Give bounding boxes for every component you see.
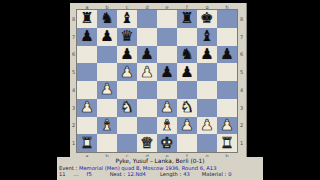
square-g6[interactable]: ♟ xyxy=(197,46,217,64)
square-f6[interactable]: ♞ xyxy=(177,46,197,64)
piece-white-bishop: ♝ xyxy=(100,117,113,134)
piece-white-queen: ♛ xyxy=(140,135,153,152)
move-status-line: 11 ... f5 Next : 12.Nd4 Length : 43 Mate… xyxy=(57,171,263,177)
piece-white-pawn: ♟ xyxy=(160,99,173,116)
square-a1[interactable]: ♜ xyxy=(77,134,97,152)
rank-labels-right: 87654321 xyxy=(237,10,246,152)
move-number: 11 xyxy=(59,171,66,177)
square-g3[interactable] xyxy=(197,99,217,117)
piece-white-pawn: ♟ xyxy=(220,117,233,134)
square-g1[interactable] xyxy=(197,134,217,152)
square-h8[interactable] xyxy=(217,10,237,28)
piece-white-rook: ♜ xyxy=(80,135,93,152)
square-a8[interactable]: ♜ xyxy=(77,10,97,28)
square-a4[interactable] xyxy=(77,81,97,99)
square-d1[interactable]: ♛ xyxy=(137,134,157,152)
coord-label: 8 xyxy=(237,10,246,28)
square-b1[interactable] xyxy=(97,134,117,152)
coord-label: 2 xyxy=(237,117,246,135)
piece-black-bishop: ♝ xyxy=(120,10,133,27)
square-f2[interactable]: ♟ xyxy=(177,117,197,135)
piece-black-pawn: ♟ xyxy=(140,46,153,63)
coord-label: e xyxy=(157,3,177,10)
square-e8[interactable] xyxy=(157,10,177,28)
piece-black-pawn: ♟ xyxy=(80,28,93,45)
coord-label: f xyxy=(177,3,197,10)
piece-black-rook: ♜ xyxy=(80,10,93,27)
square-f4[interactable] xyxy=(177,81,197,99)
coord-label: 1 xyxy=(70,134,77,152)
piece-black-pawn: ♟ xyxy=(160,64,173,81)
piece-black-pawn: ♟ xyxy=(180,64,193,81)
length-label: Length : xyxy=(160,171,181,177)
piece-white-pawn: ♟ xyxy=(180,117,193,134)
square-h7[interactable] xyxy=(217,28,237,46)
piece-black-pawn: ♟ xyxy=(120,46,133,63)
chess-board: abcdefgh abcdefgh 87654321 87654321 ♜♞♝♜… xyxy=(70,3,247,159)
piece-white-pawn: ♟ xyxy=(120,64,133,81)
piece-black-pawn: ♟ xyxy=(100,28,113,45)
square-c6[interactable]: ♟ xyxy=(117,46,137,64)
square-g2[interactable]: ♟ xyxy=(197,117,217,135)
square-e1[interactable]: ♚ xyxy=(157,134,177,152)
coord-label: b xyxy=(97,3,117,10)
piece-black-knight: ♞ xyxy=(100,10,113,27)
board-grid: ♜♞♝♜♚♟♟♛♝♟♟♞♟♟♟♟♟♟♟♟♞♟♞♝♝♟♟♟♜♛♚♜ xyxy=(77,10,237,152)
square-h1[interactable]: ♜ xyxy=(217,134,237,152)
square-e6[interactable] xyxy=(157,46,177,64)
next-move-value: 12.Nd4 xyxy=(127,171,146,177)
coord-label: 5 xyxy=(237,63,246,81)
square-e3[interactable]: ♟ xyxy=(157,99,177,117)
square-a6[interactable] xyxy=(77,46,97,64)
piece-black-rook: ♜ xyxy=(180,10,193,27)
square-b6[interactable] xyxy=(97,46,117,64)
piece-white-pawn: ♟ xyxy=(100,81,113,98)
players-result-line: Pyke, Yusuf – Lanka, Berli (0-1) xyxy=(57,157,263,165)
square-e5[interactable]: ♟ xyxy=(157,63,177,81)
coord-label: 7 xyxy=(237,28,246,46)
square-f8[interactable]: ♜ xyxy=(177,10,197,28)
coord-label: a xyxy=(77,3,97,10)
square-f1[interactable] xyxy=(177,134,197,152)
coord-label: 5 xyxy=(70,63,77,81)
square-b4[interactable]: ♟ xyxy=(97,81,117,99)
coord-label: 8 xyxy=(70,10,77,28)
square-g7[interactable]: ♝ xyxy=(197,28,217,46)
video-frame: abcdefgh abcdefgh 87654321 87654321 ♜♞♝♜… xyxy=(0,0,320,180)
square-h6[interactable]: ♟ xyxy=(217,46,237,64)
square-c8[interactable]: ♝ xyxy=(117,10,137,28)
square-c1[interactable] xyxy=(117,134,137,152)
square-a2[interactable] xyxy=(77,117,97,135)
game-info-panel: Pyke, Yusuf – Lanka, Berli (0-1) Event :… xyxy=(57,157,263,180)
square-d6[interactable]: ♟ xyxy=(137,46,157,64)
file-labels-top: abcdefgh xyxy=(77,3,237,10)
square-d8[interactable] xyxy=(137,10,157,28)
coord-label: 6 xyxy=(237,46,246,64)
coord-label: c xyxy=(117,3,137,10)
square-h3[interactable] xyxy=(217,99,237,117)
piece-black-pawn: ♟ xyxy=(220,46,233,63)
square-a7[interactable]: ♟ xyxy=(77,28,97,46)
coord-label: 3 xyxy=(237,99,246,117)
square-e7[interactable] xyxy=(157,28,177,46)
square-f3[interactable]: ♞ xyxy=(177,99,197,117)
length-value: 43 xyxy=(183,171,190,177)
square-e2[interactable]: ♝ xyxy=(157,117,177,135)
piece-white-king: ♚ xyxy=(160,135,173,152)
coord-label: 4 xyxy=(237,81,246,99)
square-g4[interactable] xyxy=(197,81,217,99)
piece-black-bishop: ♝ xyxy=(200,28,213,45)
piece-white-knight: ♞ xyxy=(120,99,133,116)
coord-label: 1 xyxy=(237,134,246,152)
square-c4[interactable] xyxy=(117,81,137,99)
material-value: 0 xyxy=(228,171,231,177)
square-b3[interactable] xyxy=(97,99,117,117)
square-d5[interactable]: ♟ xyxy=(137,63,157,81)
piece-white-pawn: ♟ xyxy=(140,64,153,81)
square-d4[interactable] xyxy=(137,81,157,99)
square-g8[interactable]: ♚ xyxy=(197,10,217,28)
coord-label: 4 xyxy=(70,81,77,99)
piece-white-rook: ♜ xyxy=(220,135,233,152)
square-h4[interactable] xyxy=(217,81,237,99)
square-b5[interactable] xyxy=(97,63,117,81)
piece-white-knight: ♞ xyxy=(180,99,193,116)
piece-black-pawn: ♟ xyxy=(200,46,213,63)
coord-label: h xyxy=(217,3,237,10)
square-g5[interactable] xyxy=(197,63,217,81)
square-e4[interactable] xyxy=(157,81,177,99)
coord-label: 6 xyxy=(70,46,77,64)
square-f7[interactable] xyxy=(177,28,197,46)
piece-black-knight: ♞ xyxy=(180,46,193,63)
piece-white-pawn: ♟ xyxy=(80,99,93,116)
coord-label: 2 xyxy=(70,117,77,135)
rank-labels-left: 87654321 xyxy=(70,10,77,152)
square-c3[interactable]: ♞ xyxy=(117,99,137,117)
piece-white-pawn: ♟ xyxy=(200,117,213,134)
move-dots: ... xyxy=(74,171,79,177)
square-f5[interactable]: ♟ xyxy=(177,63,197,81)
square-c5[interactable]: ♟ xyxy=(117,63,137,81)
piece-white-bishop: ♝ xyxy=(160,117,173,134)
square-b7[interactable]: ♟ xyxy=(97,28,117,46)
piece-black-queen: ♛ xyxy=(120,28,133,45)
square-b2[interactable]: ♝ xyxy=(97,117,117,135)
square-h5[interactable] xyxy=(217,63,237,81)
last-move: f5 xyxy=(87,171,92,177)
event-value: Memorial (Men) quad B, Moscow 1936, Roun… xyxy=(79,165,217,171)
square-h2[interactable]: ♟ xyxy=(217,117,237,135)
square-d3[interactable] xyxy=(137,99,157,117)
square-b8[interactable]: ♞ xyxy=(97,10,117,28)
coord-label: d xyxy=(137,3,157,10)
square-a3[interactable]: ♟ xyxy=(77,99,97,117)
square-c2[interactable] xyxy=(117,117,137,135)
square-d7[interactable] xyxy=(137,28,157,46)
square-d2[interactable] xyxy=(137,117,157,135)
next-label: Next : xyxy=(110,171,125,177)
material-label: Material : xyxy=(202,171,226,177)
coord-label: g xyxy=(197,3,217,10)
piece-black-king: ♚ xyxy=(200,10,213,27)
square-c7[interactable]: ♛ xyxy=(117,28,137,46)
coord-label: 3 xyxy=(70,99,77,117)
coord-label: 7 xyxy=(70,28,77,46)
square-a5[interactable] xyxy=(77,63,97,81)
